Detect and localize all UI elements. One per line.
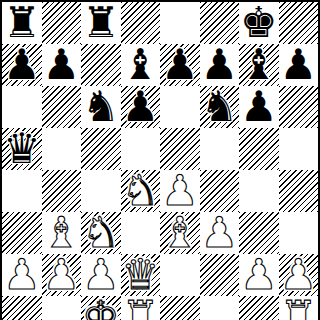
square-d5[interactable] [121, 128, 161, 170]
square-e7[interactable]: ♟ [160, 44, 200, 86]
piece-white-knight[interactable]: ♞ [82, 212, 120, 254]
square-f6[interactable]: ♞ [200, 86, 240, 128]
square-h4[interactable] [279, 170, 319, 212]
piece-black-bishop[interactable]: ♝ [240, 44, 278, 86]
piece-black-pawn[interactable]: ♟ [121, 86, 159, 128]
piece-white-pawn[interactable]: ♟ [82, 254, 120, 296]
piece-black-knight[interactable]: ♞ [200, 86, 238, 128]
piece-black-king[interactable]: ♚ [240, 2, 278, 44]
square-d8[interactable] [121, 2, 161, 44]
piece-black-pawn[interactable]: ♟ [240, 86, 278, 128]
square-a7[interactable]: ♟ [2, 44, 42, 86]
square-d7[interactable]: ♝ [121, 44, 161, 86]
square-c4[interactable] [81, 170, 121, 212]
piece-black-bishop[interactable]: ♝ [121, 44, 159, 86]
square-e8[interactable] [160, 2, 200, 44]
square-e4[interactable]: ♟ [160, 170, 200, 212]
square-e6[interactable] [160, 86, 200, 128]
chess-diagram: ♜♜♚♟♟♝♟♟♝♟♞♟♞♟♛♞♟♝♞♝♟♟♟♟♛♟♟♚♜♜ [0, 0, 320, 320]
square-b6[interactable] [42, 86, 82, 128]
square-a6[interactable] [2, 86, 42, 128]
piece-black-queen[interactable]: ♛ [3, 128, 41, 170]
square-a4[interactable] [2, 170, 42, 212]
piece-white-pawn[interactable]: ♟ [240, 254, 278, 296]
square-h8[interactable] [279, 2, 319, 44]
square-b7[interactable]: ♟ [42, 44, 82, 86]
square-c7[interactable] [81, 44, 121, 86]
square-a3[interactable] [2, 212, 42, 254]
square-h7[interactable]: ♟ [279, 44, 319, 86]
piece-black-pawn[interactable]: ♟ [161, 44, 199, 86]
square-d2[interactable]: ♛ [121, 254, 161, 296]
square-g7[interactable]: ♝ [239, 44, 279, 86]
piece-white-bishop[interactable]: ♝ [42, 212, 80, 254]
square-b3[interactable]: ♝ [42, 212, 82, 254]
square-h3[interactable] [279, 212, 319, 254]
piece-black-rook[interactable]: ♜ [3, 2, 41, 44]
piece-black-pawn[interactable]: ♟ [200, 44, 238, 86]
square-h5[interactable] [279, 128, 319, 170]
square-g5[interactable] [239, 128, 279, 170]
piece-black-knight[interactable]: ♞ [82, 86, 120, 128]
piece-black-pawn[interactable]: ♟ [42, 44, 80, 86]
square-f5[interactable] [200, 128, 240, 170]
square-a2[interactable]: ♟ [2, 254, 42, 296]
square-c1[interactable]: ♚ [81, 296, 121, 320]
square-h2[interactable]: ♟ [279, 254, 319, 296]
square-e1[interactable] [160, 296, 200, 320]
square-f2[interactable] [200, 254, 240, 296]
piece-white-pawn[interactable]: ♟ [200, 212, 238, 254]
square-b8[interactable] [42, 2, 82, 44]
square-a5[interactable]: ♛ [2, 128, 42, 170]
piece-black-rook[interactable]: ♜ [82, 2, 120, 44]
square-h1[interactable]: ♜ [279, 296, 319, 320]
square-e3[interactable]: ♝ [160, 212, 200, 254]
square-f1[interactable] [200, 296, 240, 320]
square-g2[interactable]: ♟ [239, 254, 279, 296]
piece-white-bishop[interactable]: ♝ [161, 212, 199, 254]
piece-white-queen[interactable]: ♛ [121, 254, 159, 296]
chess-board: ♜♜♚♟♟♝♟♟♝♟♞♟♞♟♛♞♟♝♞♝♟♟♟♟♛♟♟♚♜♜ [0, 0, 320, 320]
square-d6[interactable]: ♟ [121, 86, 161, 128]
square-g3[interactable] [239, 212, 279, 254]
square-b1[interactable] [42, 296, 82, 320]
square-f8[interactable] [200, 2, 240, 44]
piece-white-king[interactable]: ♚ [82, 296, 120, 320]
piece-white-rook[interactable]: ♜ [279, 296, 317, 320]
square-g4[interactable] [239, 170, 279, 212]
square-d4[interactable]: ♞ [121, 170, 161, 212]
square-b5[interactable] [42, 128, 82, 170]
piece-white-pawn[interactable]: ♟ [279, 254, 317, 296]
square-c5[interactable] [81, 128, 121, 170]
square-b2[interactable]: ♟ [42, 254, 82, 296]
square-c8[interactable]: ♜ [81, 2, 121, 44]
square-d1[interactable]: ♜ [121, 296, 161, 320]
square-g6[interactable]: ♟ [239, 86, 279, 128]
piece-black-pawn[interactable]: ♟ [3, 44, 41, 86]
square-e5[interactable] [160, 128, 200, 170]
square-a8[interactable]: ♜ [2, 2, 42, 44]
square-f4[interactable] [200, 170, 240, 212]
square-f3[interactable]: ♟ [200, 212, 240, 254]
square-g8[interactable]: ♚ [239, 2, 279, 44]
piece-white-rook[interactable]: ♜ [121, 296, 159, 320]
piece-white-pawn[interactable]: ♟ [161, 170, 199, 212]
piece-white-knight[interactable]: ♞ [121, 170, 159, 212]
square-d3[interactable] [121, 212, 161, 254]
square-g1[interactable] [239, 296, 279, 320]
square-a1[interactable] [2, 296, 42, 320]
piece-black-pawn[interactable]: ♟ [279, 44, 317, 86]
square-c2[interactable]: ♟ [81, 254, 121, 296]
square-e2[interactable] [160, 254, 200, 296]
square-f7[interactable]: ♟ [200, 44, 240, 86]
square-b4[interactable] [42, 170, 82, 212]
piece-white-pawn[interactable]: ♟ [3, 254, 41, 296]
square-h6[interactable] [279, 86, 319, 128]
square-c3[interactable]: ♞ [81, 212, 121, 254]
piece-white-pawn[interactable]: ♟ [42, 254, 80, 296]
square-c6[interactable]: ♞ [81, 86, 121, 128]
